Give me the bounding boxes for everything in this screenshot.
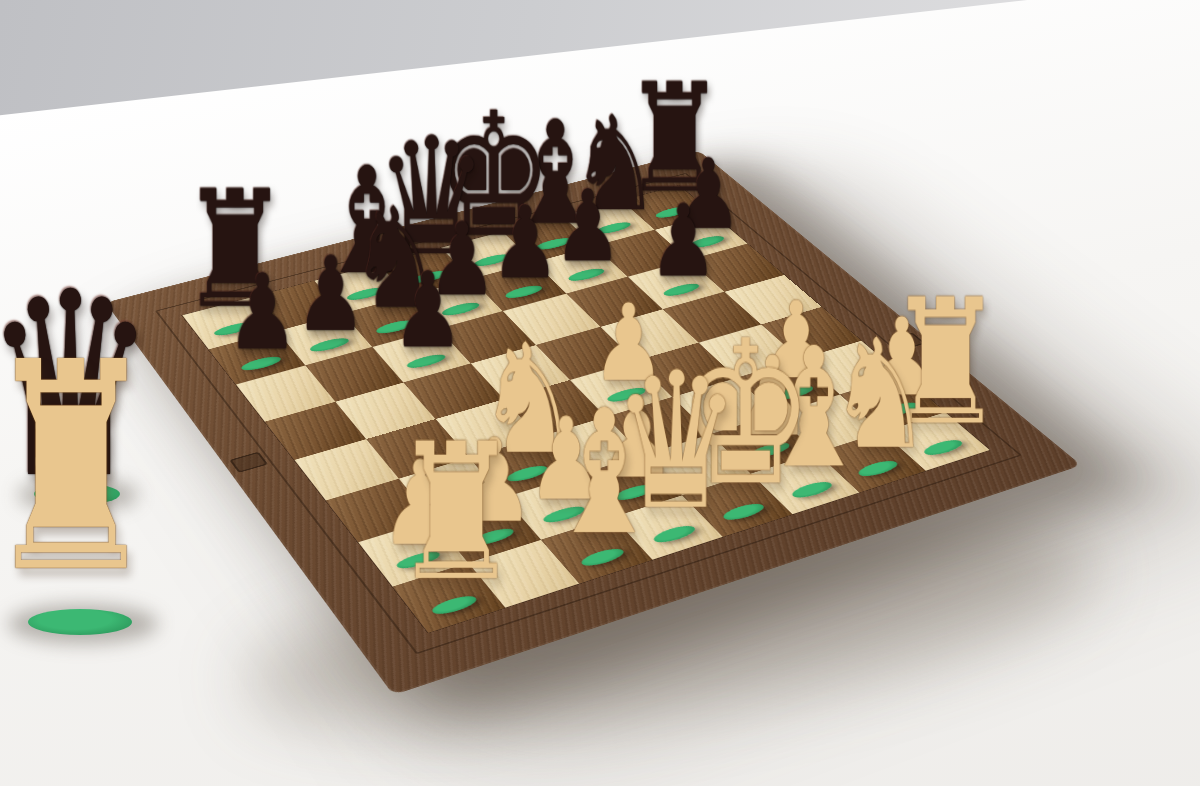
photo-scene: ♜♝♛♚♝♞♜♟♟♞♟♟♟♟♟♟♟♞♟♟♟♟♟♟♟♜♝♛♚♝♞♜ ♛ ♜ [0, 0, 1200, 786]
white-rook-glyph: ♜ [0, 325, 159, 612]
piece-white-rook-offboard: ♜ [0, 325, 159, 612]
offboard-spare-pieces: ♛ ♜ [0, 0, 1200, 786]
